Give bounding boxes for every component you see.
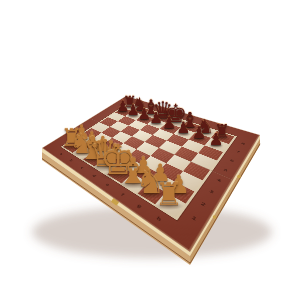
file-label-c: c xyxy=(80,166,85,169)
chess-set-photo: abcdefgh12345678 ♜♞♝♛♚♝♞♜♟♟♟♟♟♟♟♟♟♟♟♟♟♟♟… xyxy=(0,0,300,300)
rank-label-4: 4 xyxy=(216,178,222,183)
rank-label-6: 6 xyxy=(229,159,234,163)
rank-label-8: 8 xyxy=(241,142,246,145)
file-label-g: g xyxy=(136,203,142,209)
brass-hinge-icon xyxy=(237,175,240,178)
rank-label-1: 1 xyxy=(191,215,198,221)
file-label-d: d xyxy=(91,174,96,178)
brass-hinge-icon xyxy=(213,215,216,218)
file-label-b: b xyxy=(69,159,74,162)
rank-label-5: 5 xyxy=(223,168,229,172)
file-label-a: a xyxy=(59,152,64,155)
rank-label-7: 7 xyxy=(235,150,240,153)
file-label-h: h xyxy=(155,216,162,222)
file-label-e: e xyxy=(105,183,111,187)
rank-label-2: 2 xyxy=(200,202,206,208)
file-label-f: f xyxy=(120,193,125,197)
rank-label-3: 3 xyxy=(208,189,214,194)
